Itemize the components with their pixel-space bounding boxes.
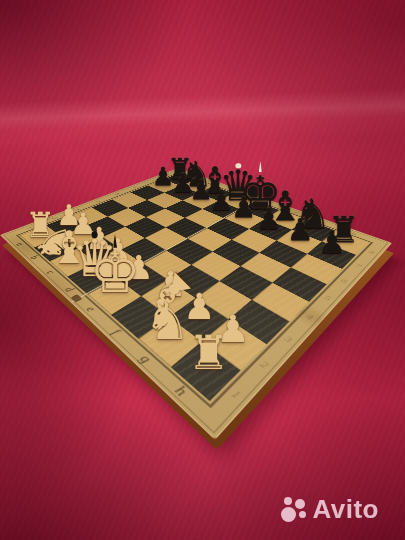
file-label-top-b: b xyxy=(204,180,211,183)
spike-finial xyxy=(259,161,262,172)
file-label-top-g: g xyxy=(319,220,327,224)
rank-label-right-1: 1 xyxy=(230,387,244,400)
file-label-d: d xyxy=(61,285,77,295)
rank-label-4: 4 xyxy=(95,200,102,203)
file-label-top-a: a xyxy=(187,174,194,177)
file-label-top-f: f xyxy=(292,211,298,214)
file-label-c: c xyxy=(43,268,58,276)
rank-label-7: 7 xyxy=(149,180,155,182)
file-label-top-d: d xyxy=(244,194,251,197)
file-label-b: b xyxy=(27,254,41,261)
avito-logo-icon xyxy=(280,496,307,523)
rank-label-6: 6 xyxy=(132,186,139,189)
avito-watermark: Avito xyxy=(280,494,379,525)
file-label-g: g xyxy=(136,351,155,366)
photo-scene: aabbccddeeffgghh1122334455667788 ♜♞♝♛♚♝♞… xyxy=(0,0,405,540)
rank-label-3: 3 xyxy=(74,208,82,211)
rank-label-right-8: 8 xyxy=(367,249,375,254)
file-label-h: h xyxy=(171,382,191,400)
ball-finial xyxy=(235,163,240,168)
file-label-a: a xyxy=(13,241,27,248)
file-label-f: f xyxy=(108,326,124,337)
rank-label-5: 5 xyxy=(114,193,121,196)
file-label-e: e xyxy=(83,304,99,315)
rank-label-right-4: 4 xyxy=(304,313,315,322)
rank-label-right-3: 3 xyxy=(283,334,295,344)
rank-label-right-6: 6 xyxy=(340,277,349,284)
rank-label-2: 2 xyxy=(51,216,59,220)
chessboard: aabbccddeeffgghh1122334455667788 xyxy=(0,168,392,440)
file-label-top-c: c xyxy=(223,187,230,190)
rank-label-right-5: 5 xyxy=(323,294,333,301)
rank-label-8: 8 xyxy=(164,174,170,176)
file-label-top-h: h xyxy=(350,231,358,236)
file-label-top-e: e xyxy=(267,202,274,205)
rank-label-right-2: 2 xyxy=(258,359,271,370)
rank-label-right-7: 7 xyxy=(354,263,362,269)
avito-watermark-text: Avito xyxy=(312,494,379,525)
